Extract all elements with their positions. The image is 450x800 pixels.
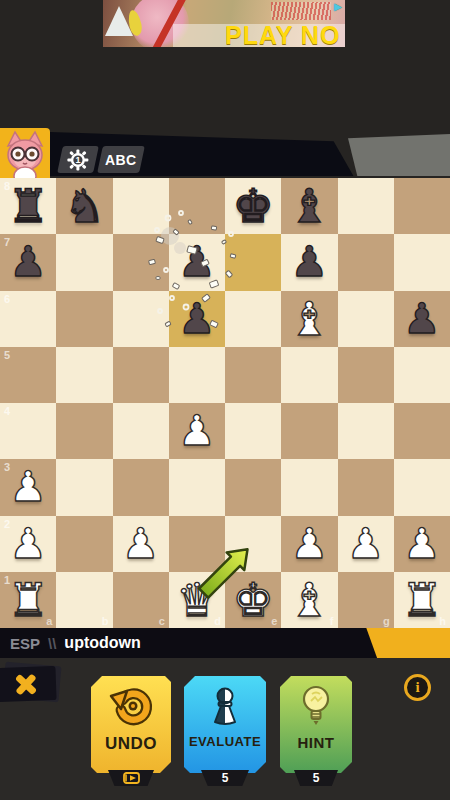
cat-avatar-icon [0, 128, 50, 178]
square-h3[interactable] [394, 459, 450, 515]
evaluate-label: EVALUATE [189, 734, 261, 749]
hint-button[interactable]: HINT 5 [280, 676, 352, 788]
undo-button[interactable]: UNDO [91, 676, 171, 788]
square-c1[interactable]: c [113, 572, 169, 628]
square-h7[interactable] [394, 234, 450, 290]
black-pawn-f7[interactable]: ♟ [281, 234, 337, 290]
white-pawn-g2[interactable]: ♟ [338, 516, 394, 572]
square-b2[interactable] [56, 516, 112, 572]
square-g7[interactable] [338, 234, 394, 290]
square-g8[interactable] [338, 178, 394, 234]
rank-label-6: 6 [4, 293, 10, 305]
white-pawn-a2[interactable]: ♟ [0, 516, 56, 572]
square-c6[interactable] [113, 291, 169, 347]
square-c4[interactable] [113, 403, 169, 459]
close-button-face[interactable] [0, 666, 57, 702]
ad-play-now-text[interactable]: PLAY NO [225, 21, 340, 47]
info-button[interactable]: i [404, 674, 431, 701]
black-pawn-d6[interactable]: ♟ [169, 291, 225, 347]
level-badge[interactable]: 1 [57, 146, 99, 173]
hint-count: 5 [313, 771, 320, 785]
square-d2[interactable] [169, 516, 225, 572]
black-pawn-a7[interactable]: ♟ [0, 234, 56, 290]
black-pawn-h6[interactable]: ♟ [394, 291, 450, 347]
square-h5[interactable] [394, 347, 450, 403]
white-pawn-h2[interactable]: ♟ [394, 516, 450, 572]
square-c7[interactable] [113, 234, 169, 290]
square-f3[interactable] [281, 459, 337, 515]
square-e4[interactable] [225, 403, 281, 459]
black-bishop-f8[interactable]: ♝ [281, 178, 337, 234]
square-d5[interactable] [169, 347, 225, 403]
undo-cost-tag [108, 770, 154, 786]
ad-banner[interactable]: PLAY NO ▶ [103, 0, 345, 47]
square-c3[interactable] [113, 459, 169, 515]
white-pawn-a3[interactable]: ♟ [0, 459, 56, 515]
black-rook-a8[interactable]: ♜ [0, 178, 56, 234]
square-e3[interactable] [225, 459, 281, 515]
black-knight-b8[interactable]: ♞ [56, 178, 112, 234]
chess-board: 87654321abcdefgh ♜♞♚♝♟♟♟♟♟♝♟♟♟♟♟♟♟♜♛♚♝♜ [0, 178, 450, 628]
square-a6[interactable]: 6 [0, 291, 56, 347]
player-name: ABC [105, 152, 137, 168]
square-h8[interactable] [394, 178, 450, 234]
black-pawn-d7[interactable]: ♟ [169, 234, 225, 290]
evaluate-pawn-icon [208, 686, 242, 728]
square-b7[interactable] [56, 234, 112, 290]
white-queen-d1[interactable]: ♛ [169, 572, 225, 628]
square-g3[interactable] [338, 459, 394, 515]
header-bar: 1 ABC [50, 132, 355, 176]
player-name-badge[interactable]: ABC [97, 146, 145, 173]
rank-label-5: 5 [4, 349, 10, 361]
white-bishop-f6[interactable]: ♝ [281, 291, 337, 347]
file-label-b: b [102, 615, 109, 627]
white-pawn-f2[interactable]: ♟ [281, 516, 337, 572]
square-a4[interactable]: 4 [0, 403, 56, 459]
square-g5[interactable] [338, 347, 394, 403]
close-button[interactable] [0, 664, 60, 706]
ad-play-icon[interactable]: ▶ [334, 1, 342, 12]
square-e2[interactable] [225, 516, 281, 572]
player-avatar[interactable] [0, 128, 50, 178]
white-bishop-f1[interactable]: ♝ [281, 572, 337, 628]
square-f5[interactable] [281, 347, 337, 403]
square-b3[interactable] [56, 459, 112, 515]
square-h4[interactable] [394, 403, 450, 459]
square-d8[interactable] [169, 178, 225, 234]
hint-label: HINT [298, 734, 335, 751]
hint-count-tag: 5 [294, 770, 338, 786]
ad-video-icon [123, 772, 140, 784]
white-king-e1[interactable]: ♚ [225, 572, 281, 628]
square-b5[interactable] [56, 347, 112, 403]
file-label-g: g [383, 615, 390, 627]
brand-name: uptodown [64, 634, 140, 652]
evaluate-count: 5 [222, 771, 229, 785]
ad-decor-art [271, 2, 331, 20]
square-e5[interactable] [225, 347, 281, 403]
square-e7[interactable] [225, 234, 281, 290]
square-a5[interactable]: 5 [0, 347, 56, 403]
square-d3[interactable] [169, 459, 225, 515]
opponent-plate [347, 134, 450, 176]
square-g4[interactable] [338, 403, 394, 459]
app-screen: PLAY NO ▶ [0, 0, 450, 800]
level-number: 1 [60, 146, 96, 173]
white-rook-a1[interactable]: ♜ [0, 572, 56, 628]
info-icon: i [415, 679, 419, 696]
file-label-c: c [159, 615, 165, 627]
square-b6[interactable] [56, 291, 112, 347]
square-g6[interactable] [338, 291, 394, 347]
white-pawn-c2[interactable]: ♟ [113, 516, 169, 572]
square-b1[interactable]: b [56, 572, 112, 628]
square-e6[interactable] [225, 291, 281, 347]
square-c5[interactable] [113, 347, 169, 403]
square-c8[interactable] [113, 178, 169, 234]
brand-separator: \\ [48, 635, 56, 652]
square-b4[interactable] [56, 403, 112, 459]
square-f4[interactable] [281, 403, 337, 459]
black-king-e8[interactable]: ♚ [225, 178, 281, 234]
undo-label: UNDO [105, 734, 157, 754]
evaluate-button[interactable]: EVALUATE 5 [184, 676, 266, 788]
evaluate-count-tag: 5 [201, 770, 249, 786]
square-g1[interactable]: g [338, 572, 394, 628]
locale-label: ESP [10, 635, 40, 652]
white-rook-h1[interactable]: ♜ [394, 572, 450, 628]
rank-label-4: 4 [4, 405, 10, 417]
hint-bulb-icon [298, 684, 334, 728]
white-pawn-d4[interactable]: ♟ [169, 403, 225, 459]
undo-arrow-icon [108, 684, 154, 728]
